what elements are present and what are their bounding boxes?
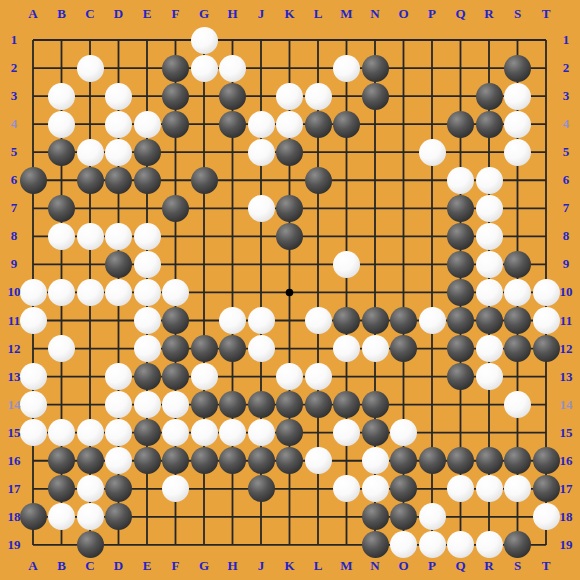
intersection-M16[interactable]	[332, 447, 361, 475]
intersection-J9[interactable]	[247, 250, 276, 278]
intersection-O16[interactable]	[389, 447, 418, 475]
intersection-L19[interactable]	[304, 531, 333, 559]
intersection-S17[interactable]	[503, 475, 532, 503]
intersection-N2[interactable]	[361, 54, 390, 82]
intersection-J2[interactable]	[247, 54, 276, 82]
intersection-Q4[interactable]	[446, 110, 475, 138]
intersection-C14[interactable]	[76, 391, 105, 419]
intersection-P13[interactable]	[418, 363, 447, 391]
intersection-J16[interactable]	[247, 447, 276, 475]
intersection-H7[interactable]	[218, 194, 247, 222]
intersection-B16[interactable]	[47, 447, 76, 475]
intersection-K4[interactable]	[275, 110, 304, 138]
intersection-R8[interactable]	[475, 222, 504, 250]
intersection-B3[interactable]	[47, 82, 76, 110]
intersection-Q9[interactable]	[446, 250, 475, 278]
intersection-F6[interactable]	[161, 166, 190, 194]
intersection-G15[interactable]	[190, 419, 219, 447]
intersection-L18[interactable]	[304, 503, 333, 531]
intersection-L10[interactable]	[304, 278, 333, 306]
intersection-J12[interactable]	[247, 335, 276, 363]
intersection-R13[interactable]	[475, 363, 504, 391]
intersection-K18[interactable]	[275, 503, 304, 531]
intersection-K9[interactable]	[275, 250, 304, 278]
intersection-O3[interactable]	[389, 82, 418, 110]
intersection-N14[interactable]	[361, 391, 390, 419]
intersection-S8[interactable]	[503, 222, 532, 250]
intersection-F17[interactable]	[161, 475, 190, 503]
intersection-E2[interactable]	[133, 54, 162, 82]
intersection-S19[interactable]	[503, 531, 532, 559]
intersection-L2[interactable]	[304, 54, 333, 82]
intersection-Q2[interactable]	[446, 54, 475, 82]
intersection-M1[interactable]	[332, 26, 361, 54]
intersection-C18[interactable]	[76, 503, 105, 531]
intersection-O11[interactable]	[389, 306, 418, 334]
intersection-M15[interactable]	[332, 419, 361, 447]
intersection-B7[interactable]	[47, 194, 76, 222]
intersection-O10[interactable]	[389, 278, 418, 306]
intersection-E3[interactable]	[133, 82, 162, 110]
intersection-O4[interactable]	[389, 110, 418, 138]
intersection-B2[interactable]	[47, 54, 76, 82]
intersection-G11[interactable]	[190, 306, 219, 334]
intersection-G14[interactable]	[190, 391, 219, 419]
intersection-Q6[interactable]	[446, 166, 475, 194]
intersection-D14[interactable]	[104, 391, 133, 419]
intersection-H9[interactable]	[218, 250, 247, 278]
intersection-L14[interactable]	[304, 391, 333, 419]
intersection-G12[interactable]	[190, 335, 219, 363]
intersection-E9[interactable]	[133, 250, 162, 278]
intersection-E19[interactable]	[133, 531, 162, 559]
intersection-L7[interactable]	[304, 194, 333, 222]
intersection-F14[interactable]	[161, 391, 190, 419]
intersection-L5[interactable]	[304, 138, 333, 166]
intersection-O14[interactable]	[389, 391, 418, 419]
intersection-N3[interactable]	[361, 82, 390, 110]
intersection-N15[interactable]	[361, 419, 390, 447]
intersection-B10[interactable]	[47, 278, 76, 306]
intersection-Q16[interactable]	[446, 447, 475, 475]
intersection-N17[interactable]	[361, 475, 390, 503]
intersection-P10[interactable]	[418, 278, 447, 306]
intersection-O8[interactable]	[389, 222, 418, 250]
intersection-E6[interactable]	[133, 166, 162, 194]
intersection-P15[interactable]	[418, 419, 447, 447]
intersection-L16[interactable]	[304, 447, 333, 475]
intersection-B19[interactable]	[47, 531, 76, 559]
intersection-S7[interactable]	[503, 194, 532, 222]
intersection-M13[interactable]	[332, 363, 361, 391]
intersection-S13[interactable]	[503, 363, 532, 391]
intersection-H17[interactable]	[218, 475, 247, 503]
intersection-G1[interactable]	[190, 26, 219, 54]
intersection-G5[interactable]	[190, 138, 219, 166]
intersection-P4[interactable]	[418, 110, 447, 138]
intersection-O6[interactable]	[389, 166, 418, 194]
intersection-H13[interactable]	[218, 363, 247, 391]
intersection-G10[interactable]	[190, 278, 219, 306]
intersection-G3[interactable]	[190, 82, 219, 110]
intersection-P1[interactable]	[418, 26, 447, 54]
intersection-S10[interactable]	[503, 278, 532, 306]
intersection-S1[interactable]	[503, 26, 532, 54]
intersection-O15[interactable]	[389, 419, 418, 447]
intersection-M17[interactable]	[332, 475, 361, 503]
intersection-J17[interactable]	[247, 475, 276, 503]
intersection-Q11[interactable]	[446, 306, 475, 334]
intersection-M4[interactable]	[332, 110, 361, 138]
intersection-D13[interactable]	[104, 363, 133, 391]
intersection-D5[interactable]	[104, 138, 133, 166]
intersection-O17[interactable]	[389, 475, 418, 503]
intersection-D16[interactable]	[104, 447, 133, 475]
intersection-K12[interactable]	[275, 335, 304, 363]
intersection-N1[interactable]	[361, 26, 390, 54]
intersection-R4[interactable]	[475, 110, 504, 138]
intersection-F11[interactable]	[161, 306, 190, 334]
intersection-S12[interactable]	[503, 335, 532, 363]
intersection-G18[interactable]	[190, 503, 219, 531]
intersection-D6[interactable]	[104, 166, 133, 194]
intersection-D7[interactable]	[104, 194, 133, 222]
intersection-N13[interactable]	[361, 363, 390, 391]
intersection-P11[interactable]	[418, 306, 447, 334]
intersection-J10[interactable]	[247, 278, 276, 306]
intersection-C9[interactable]	[76, 250, 105, 278]
intersection-B12[interactable]	[47, 335, 76, 363]
intersection-C3[interactable]	[76, 82, 105, 110]
intersection-G6[interactable]	[190, 166, 219, 194]
intersection-R6[interactable]	[475, 166, 504, 194]
intersection-P7[interactable]	[418, 194, 447, 222]
intersection-B18[interactable]	[47, 503, 76, 531]
intersection-F13[interactable]	[161, 363, 190, 391]
intersection-P3[interactable]	[418, 82, 447, 110]
intersection-E10[interactable]	[133, 278, 162, 306]
intersection-O12[interactable]	[389, 335, 418, 363]
intersection-M5[interactable]	[332, 138, 361, 166]
intersection-N6[interactable]	[361, 166, 390, 194]
intersection-M7[interactable]	[332, 194, 361, 222]
intersection-L12[interactable]	[304, 335, 333, 363]
intersection-M10[interactable]	[332, 278, 361, 306]
intersection-H8[interactable]	[218, 222, 247, 250]
intersection-O18[interactable]	[389, 503, 418, 531]
intersection-M19[interactable]	[332, 531, 361, 559]
intersection-L1[interactable]	[304, 26, 333, 54]
intersection-R15[interactable]	[475, 419, 504, 447]
intersection-Q15[interactable]	[446, 419, 475, 447]
intersection-R9[interactable]	[475, 250, 504, 278]
intersection-R16[interactable]	[475, 447, 504, 475]
intersection-D4[interactable]	[104, 110, 133, 138]
intersection-S2[interactable]	[503, 54, 532, 82]
intersection-N12[interactable]	[361, 335, 390, 363]
intersection-C6[interactable]	[76, 166, 105, 194]
intersection-K1[interactable]	[275, 26, 304, 54]
intersection-F4[interactable]	[161, 110, 190, 138]
intersection-J6[interactable]	[247, 166, 276, 194]
intersection-E1[interactable]	[133, 26, 162, 54]
intersection-L9[interactable]	[304, 250, 333, 278]
intersection-Q13[interactable]	[446, 363, 475, 391]
intersection-K16[interactable]	[275, 447, 304, 475]
intersection-F5[interactable]	[161, 138, 190, 166]
intersection-Q1[interactable]	[446, 26, 475, 54]
intersection-Q18[interactable]	[446, 503, 475, 531]
intersection-O5[interactable]	[389, 138, 418, 166]
intersection-C13[interactable]	[76, 363, 105, 391]
intersection-K2[interactable]	[275, 54, 304, 82]
intersection-G7[interactable]	[190, 194, 219, 222]
intersection-N7[interactable]	[361, 194, 390, 222]
intersection-N5[interactable]	[361, 138, 390, 166]
intersection-B8[interactable]	[47, 222, 76, 250]
intersection-B14[interactable]	[47, 391, 76, 419]
intersection-F19[interactable]	[161, 531, 190, 559]
intersection-P12[interactable]	[418, 335, 447, 363]
intersection-J8[interactable]	[247, 222, 276, 250]
intersection-D1[interactable]	[104, 26, 133, 54]
intersection-O9[interactable]	[389, 250, 418, 278]
intersection-D2[interactable]	[104, 54, 133, 82]
intersection-K6[interactable]	[275, 166, 304, 194]
intersection-O7[interactable]	[389, 194, 418, 222]
intersection-C16[interactable]	[76, 447, 105, 475]
intersection-N8[interactable]	[361, 222, 390, 250]
intersection-S3[interactable]	[503, 82, 532, 110]
intersection-B1[interactable]	[47, 26, 76, 54]
intersection-B5[interactable]	[47, 138, 76, 166]
intersection-D10[interactable]	[104, 278, 133, 306]
intersection-P5[interactable]	[418, 138, 447, 166]
intersection-C19[interactable]	[76, 531, 105, 559]
intersection-N11[interactable]	[361, 306, 390, 334]
intersection-H6[interactable]	[218, 166, 247, 194]
intersection-M12[interactable]	[332, 335, 361, 363]
intersection-J5[interactable]	[247, 138, 276, 166]
intersection-P2[interactable]	[418, 54, 447, 82]
intersection-R17[interactable]	[475, 475, 504, 503]
intersection-L15[interactable]	[304, 419, 333, 447]
intersection-J19[interactable]	[247, 531, 276, 559]
intersection-H1[interactable]	[218, 26, 247, 54]
intersection-H3[interactable]	[218, 82, 247, 110]
intersection-Q5[interactable]	[446, 138, 475, 166]
intersection-D18[interactable]	[104, 503, 133, 531]
intersection-K3[interactable]	[275, 82, 304, 110]
intersection-E12[interactable]	[133, 335, 162, 363]
intersection-P19[interactable]	[418, 531, 447, 559]
intersection-E17[interactable]	[133, 475, 162, 503]
intersection-M6[interactable]	[332, 166, 361, 194]
intersection-L13[interactable]	[304, 363, 333, 391]
intersection-G19[interactable]	[190, 531, 219, 559]
intersection-F7[interactable]	[161, 194, 190, 222]
intersection-D15[interactable]	[104, 419, 133, 447]
intersection-F3[interactable]	[161, 82, 190, 110]
intersection-O2[interactable]	[389, 54, 418, 82]
intersection-H16[interactable]	[218, 447, 247, 475]
intersection-H11[interactable]	[218, 306, 247, 334]
intersection-F18[interactable]	[161, 503, 190, 531]
intersection-L17[interactable]	[304, 475, 333, 503]
intersection-E18[interactable]	[133, 503, 162, 531]
intersection-K11[interactable]	[275, 306, 304, 334]
intersection-C11[interactable]	[76, 306, 105, 334]
intersection-E7[interactable]	[133, 194, 162, 222]
intersection-K14[interactable]	[275, 391, 304, 419]
intersection-C7[interactable]	[76, 194, 105, 222]
intersection-L3[interactable]	[304, 82, 333, 110]
intersection-M3[interactable]	[332, 82, 361, 110]
intersection-N9[interactable]	[361, 250, 390, 278]
intersection-P17[interactable]	[418, 475, 447, 503]
intersection-K10[interactable]	[275, 278, 304, 306]
intersection-H14[interactable]	[218, 391, 247, 419]
intersection-R12[interactable]	[475, 335, 504, 363]
intersection-M8[interactable]	[332, 222, 361, 250]
intersection-L4[interactable]	[304, 110, 333, 138]
intersection-B9[interactable]	[47, 250, 76, 278]
intersection-G17[interactable]	[190, 475, 219, 503]
intersection-S6[interactable]	[503, 166, 532, 194]
intersection-C15[interactable]	[76, 419, 105, 447]
intersection-G2[interactable]	[190, 54, 219, 82]
intersection-B4[interactable]	[47, 110, 76, 138]
intersection-C5[interactable]	[76, 138, 105, 166]
intersection-C8[interactable]	[76, 222, 105, 250]
intersection-J7[interactable]	[247, 194, 276, 222]
intersection-S18[interactable]	[503, 503, 532, 531]
intersection-O13[interactable]	[389, 363, 418, 391]
intersection-F16[interactable]	[161, 447, 190, 475]
intersection-D11[interactable]	[104, 306, 133, 334]
intersection-G16[interactable]	[190, 447, 219, 475]
intersection-K17[interactable]	[275, 475, 304, 503]
intersection-C4[interactable]	[76, 110, 105, 138]
intersection-C1[interactable]	[76, 26, 105, 54]
intersection-J3[interactable]	[247, 82, 276, 110]
intersection-D19[interactable]	[104, 531, 133, 559]
intersection-J11[interactable]	[247, 306, 276, 334]
intersection-M2[interactable]	[332, 54, 361, 82]
intersection-B15[interactable]	[47, 419, 76, 447]
intersection-K15[interactable]	[275, 419, 304, 447]
intersection-B13[interactable]	[47, 363, 76, 391]
intersection-F12[interactable]	[161, 335, 190, 363]
intersection-L11[interactable]	[304, 306, 333, 334]
intersection-Q10[interactable]	[446, 278, 475, 306]
intersection-P9[interactable]	[418, 250, 447, 278]
intersection-E13[interactable]	[133, 363, 162, 391]
intersection-O19[interactable]	[389, 531, 418, 559]
intersection-H4[interactable]	[218, 110, 247, 138]
intersection-S16[interactable]	[503, 447, 532, 475]
intersection-G8[interactable]	[190, 222, 219, 250]
intersection-F9[interactable]	[161, 250, 190, 278]
intersection-G9[interactable]	[190, 250, 219, 278]
intersection-H12[interactable]	[218, 335, 247, 363]
intersection-S14[interactable]	[503, 391, 532, 419]
intersection-K19[interactable]	[275, 531, 304, 559]
intersection-K13[interactable]	[275, 363, 304, 391]
intersection-H19[interactable]	[218, 531, 247, 559]
intersection-R14[interactable]	[475, 391, 504, 419]
intersection-Q8[interactable]	[446, 222, 475, 250]
intersection-O1[interactable]	[389, 26, 418, 54]
intersection-F15[interactable]	[161, 419, 190, 447]
intersection-D9[interactable]	[104, 250, 133, 278]
intersection-N18[interactable]	[361, 503, 390, 531]
intersection-F1[interactable]	[161, 26, 190, 54]
intersection-H10[interactable]	[218, 278, 247, 306]
intersection-D8[interactable]	[104, 222, 133, 250]
intersection-Q19[interactable]	[446, 531, 475, 559]
intersection-E4[interactable]	[133, 110, 162, 138]
intersection-C2[interactable]	[76, 54, 105, 82]
intersection-H5[interactable]	[218, 138, 247, 166]
intersection-N19[interactable]	[361, 531, 390, 559]
intersection-S4[interactable]	[503, 110, 532, 138]
intersection-R7[interactable]	[475, 194, 504, 222]
intersection-K7[interactable]	[275, 194, 304, 222]
intersection-B6[interactable]	[47, 166, 76, 194]
intersection-S9[interactable]	[503, 250, 532, 278]
intersection-K8[interactable]	[275, 222, 304, 250]
intersection-E16[interactable]	[133, 447, 162, 475]
intersection-R10[interactable]	[475, 278, 504, 306]
intersection-C10[interactable]	[76, 278, 105, 306]
intersection-J15[interactable]	[247, 419, 276, 447]
intersection-M14[interactable]	[332, 391, 361, 419]
intersection-P8[interactable]	[418, 222, 447, 250]
intersection-E14[interactable]	[133, 391, 162, 419]
intersection-B11[interactable]	[47, 306, 76, 334]
intersection-K5[interactable]	[275, 138, 304, 166]
intersection-N16[interactable]	[361, 447, 390, 475]
intersection-R19[interactable]	[475, 531, 504, 559]
intersection-R2[interactable]	[475, 54, 504, 82]
intersection-F8[interactable]	[161, 222, 190, 250]
intersection-Q14[interactable]	[446, 391, 475, 419]
intersection-J14[interactable]	[247, 391, 276, 419]
intersection-F2[interactable]	[161, 54, 190, 82]
intersection-D3[interactable]	[104, 82, 133, 110]
intersection-G13[interactable]	[190, 363, 219, 391]
intersection-E15[interactable]	[133, 419, 162, 447]
intersection-Q7[interactable]	[446, 194, 475, 222]
intersection-B17[interactable]	[47, 475, 76, 503]
intersection-G4[interactable]	[190, 110, 219, 138]
intersection-H18[interactable]	[218, 503, 247, 531]
intersection-C17[interactable]	[76, 475, 105, 503]
intersection-M9[interactable]	[332, 250, 361, 278]
intersection-Q12[interactable]	[446, 335, 475, 363]
intersection-D17[interactable]	[104, 475, 133, 503]
intersection-L8[interactable]	[304, 222, 333, 250]
intersection-H15[interactable]	[218, 419, 247, 447]
intersection-S5[interactable]	[503, 138, 532, 166]
intersection-J4[interactable]	[247, 110, 276, 138]
intersection-M11[interactable]	[332, 306, 361, 334]
intersection-E11[interactable]	[133, 306, 162, 334]
intersection-J18[interactable]	[247, 503, 276, 531]
intersection-H2[interactable]	[218, 54, 247, 82]
intersection-D12[interactable]	[104, 335, 133, 363]
